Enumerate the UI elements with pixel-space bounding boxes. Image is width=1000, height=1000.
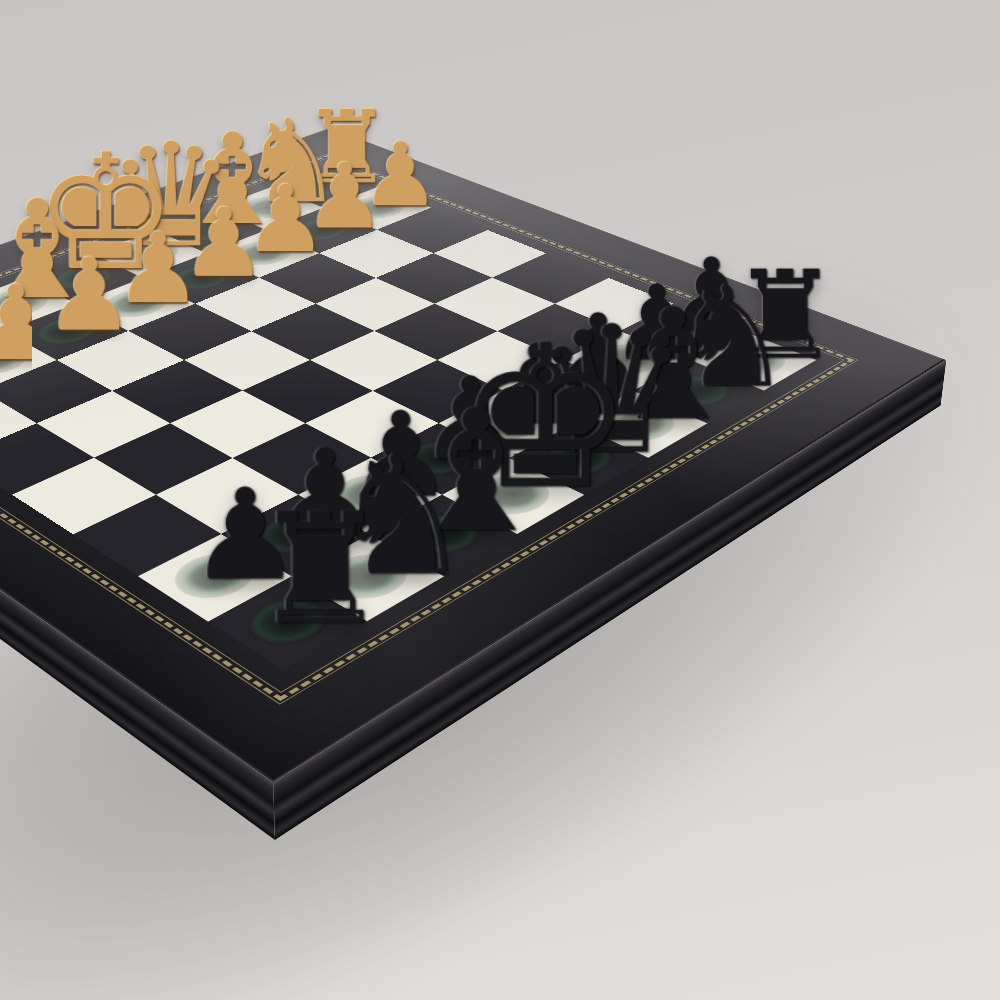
perspective-wrapper: ♜♞♝♚♛♝♞♜♟♟♟♟♟♟♟♟♟♟♟♟♟♟♟♟♜♞♝♚♛♝♞♜: [0, 0, 1000, 1000]
chess-board: ♜♞♝♚♛♝♞♜♟♟♟♟♟♟♟♟♟♟♟♟♟♟♟♟♜♞♝♚♛♝♞♜: [0, 128, 946, 782]
piece-white-pawn-g2: ♟: [0, 275, 62, 373]
scene: ♜♞♝♚♛♝♞♜♟♟♟♟♟♟♟♟♟♟♟♟♟♟♟♟♜♞♝♚♛♝♞♜: [0, 0, 1000, 1000]
piece-black-rook-h8: ♜: [252, 497, 389, 642]
